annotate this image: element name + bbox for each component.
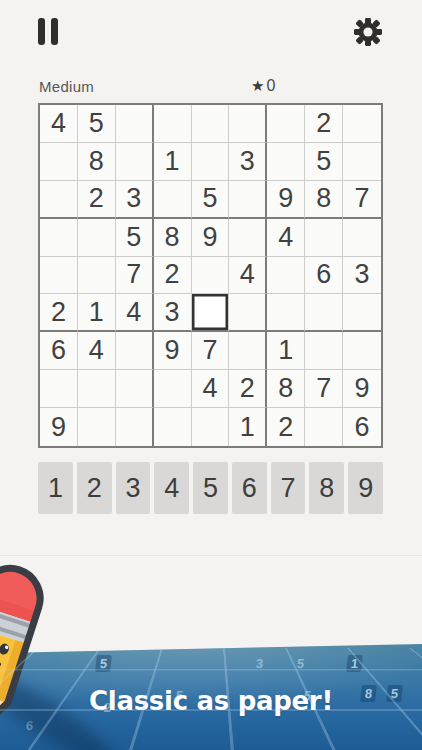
board-cell-filled[interactable]: 3 — [154, 294, 192, 332]
board-cell-filled[interactable]: 6 — [343, 408, 381, 446]
star-count: 0 — [266, 77, 275, 95]
pause-icon — [51, 18, 58, 45]
board-cell-empty[interactable] — [229, 181, 267, 219]
board-cell-filled[interactable]: 8 — [154, 219, 192, 257]
board-cell-filled[interactable]: 4 — [40, 105, 78, 143]
board-cell-empty[interactable] — [78, 408, 116, 446]
board-cell-empty[interactable] — [154, 181, 192, 219]
board-cell-empty[interactable] — [343, 332, 381, 370]
board-cell-filled[interactable]: 7 — [305, 370, 343, 408]
top-bar — [0, 0, 422, 60]
board-cell-filled[interactable]: 7 — [343, 181, 381, 219]
board-cell-filled[interactable]: 8 — [305, 181, 343, 219]
board-cell-empty[interactable] — [229, 332, 267, 370]
board-cell-filled[interactable]: 3 — [229, 143, 267, 181]
board-cell-filled[interactable]: 2 — [78, 181, 116, 219]
banner-decor-number: 1 — [346, 655, 363, 672]
board-cell-filled[interactable]: 9 — [192, 219, 230, 257]
board-cell-filled[interactable]: 5 — [192, 181, 230, 219]
board-cell-empty[interactable] — [116, 408, 154, 446]
board-cell-empty[interactable] — [229, 105, 267, 143]
gear-icon — [352, 16, 384, 48]
board-cell-empty[interactable] — [229, 219, 267, 257]
board-cell-empty[interactable] — [154, 408, 192, 446]
board-cell-empty[interactable] — [192, 257, 230, 295]
board-cell-empty[interactable] — [40, 181, 78, 219]
board-cell-empty[interactable] — [192, 408, 230, 446]
board-cell-empty[interactable] — [40, 257, 78, 295]
board-cell-empty[interactable] — [343, 294, 381, 332]
board-cell-empty[interactable] — [267, 105, 305, 143]
board-cell-empty[interactable] — [78, 257, 116, 295]
board-cell-empty[interactable] — [192, 143, 230, 181]
board-cell-empty[interactable] — [40, 143, 78, 181]
board-cell-filled[interactable]: 8 — [267, 370, 305, 408]
board-cell-filled[interactable]: 7 — [192, 332, 230, 370]
board-cell-empty[interactable] — [305, 294, 343, 332]
board-cell-empty[interactable] — [343, 105, 381, 143]
board-cell-filled[interactable]: 2 — [229, 370, 267, 408]
board-cell-empty[interactable] — [78, 370, 116, 408]
board-cell-empty[interactable] — [116, 332, 154, 370]
board-cell-filled[interactable]: 3 — [343, 257, 381, 295]
board-cell-filled[interactable]: 5 — [305, 143, 343, 181]
numpad-key-1[interactable]: 1 — [38, 462, 73, 514]
board-cell-filled[interactable]: 9 — [267, 181, 305, 219]
board-cell-filled[interactable]: 9 — [40, 408, 78, 446]
banner-decor-number: 5 — [292, 655, 309, 672]
pause-button[interactable] — [38, 18, 64, 46]
board-cell-filled[interactable]: 7 — [116, 257, 154, 295]
board-cell-empty[interactable] — [154, 105, 192, 143]
numpad-key-8[interactable]: 8 — [309, 462, 344, 514]
number-pad: 123456789 — [38, 462, 383, 514]
board-cell-filled[interactable]: 1 — [229, 408, 267, 446]
settings-button[interactable] — [352, 16, 384, 48]
board-cell-filled[interactable]: 5 — [78, 105, 116, 143]
numpad-key-6[interactable]: 6 — [232, 462, 267, 514]
numpad-key-4[interactable]: 4 — [154, 462, 189, 514]
board-cell-empty[interactable] — [192, 105, 230, 143]
board-cell-selected[interactable] — [192, 294, 230, 332]
board-cell-empty[interactable] — [267, 257, 305, 295]
board-cell-filled[interactable]: 8 — [78, 143, 116, 181]
board-cell-filled[interactable]: 2 — [40, 294, 78, 332]
board-cell-filled[interactable]: 4 — [116, 294, 154, 332]
board-cell-filled[interactable]: 9 — [343, 370, 381, 408]
board-cell-filled[interactable]: 2 — [154, 257, 192, 295]
section-divider — [0, 555, 422, 556]
board-cell-filled[interactable]: 4 — [192, 370, 230, 408]
board-cell-filled[interactable]: 9 — [154, 332, 192, 370]
banner-decor-number: 3 — [251, 655, 268, 672]
star-counter: ★ 0 — [251, 76, 275, 96]
board-cell-empty[interactable] — [229, 294, 267, 332]
board-cell-empty[interactable] — [116, 370, 154, 408]
board-cell-empty[interactable] — [116, 105, 154, 143]
numpad-key-3[interactable]: 3 — [116, 462, 151, 514]
board-cell-empty[interactable] — [305, 332, 343, 370]
board-cell-filled[interactable]: 6 — [40, 332, 78, 370]
board-cell-empty[interactable] — [305, 408, 343, 446]
pause-icon — [38, 18, 45, 45]
board-cell-empty[interactable] — [267, 143, 305, 181]
board-cell-empty[interactable] — [154, 370, 192, 408]
board-cell-empty[interactable] — [267, 294, 305, 332]
board-cell-filled[interactable]: 1 — [78, 294, 116, 332]
board-cell-empty[interactable] — [40, 370, 78, 408]
board-cell-filled[interactable]: 1 — [267, 332, 305, 370]
board-cell-filled[interactable]: 4 — [267, 219, 305, 257]
numpad-key-2[interactable]: 2 — [77, 462, 112, 514]
board-cell-empty[interactable] — [343, 219, 381, 257]
board-cell-empty[interactable] — [40, 219, 78, 257]
numpad-key-9[interactable]: 9 — [348, 462, 383, 514]
banner-headline: Classic as paper! — [0, 686, 422, 716]
board-cell-empty[interactable] — [305, 219, 343, 257]
sudoku-board: 4528135235987589472463214364971428799126 — [38, 103, 383, 448]
board-cell-empty[interactable] — [116, 143, 154, 181]
board-cell-filled[interactable]: 6 — [305, 257, 343, 295]
board-cell-empty[interactable] — [78, 219, 116, 257]
board-cell-filled[interactable]: 4 — [78, 332, 116, 370]
banner-decor-number: 5 — [95, 655, 112, 672]
sudoku-app-screen: Medium ★ 0 45281352359875894724632143649… — [0, 0, 422, 750]
board-cell-filled[interactable]: 5 — [116, 219, 154, 257]
promo-banner[interactable]: 5351558526 Classic as paper! — [0, 644, 422, 750]
board-cell-empty[interactable] — [343, 143, 381, 181]
numpad-key-5[interactable]: 5 — [193, 462, 228, 514]
numpad-key-7[interactable]: 7 — [271, 462, 306, 514]
board-cell-filled[interactable]: 2 — [305, 105, 343, 143]
star-icon: ★ — [251, 76, 264, 96]
difficulty-label: Medium — [39, 78, 94, 95]
status-row: Medium ★ 0 — [0, 76, 422, 98]
board-cell-filled[interactable]: 2 — [267, 408, 305, 446]
board-cell-filled[interactable]: 4 — [229, 257, 267, 295]
board-cell-filled[interactable]: 1 — [154, 143, 192, 181]
board-cell-filled[interactable]: 3 — [116, 181, 154, 219]
